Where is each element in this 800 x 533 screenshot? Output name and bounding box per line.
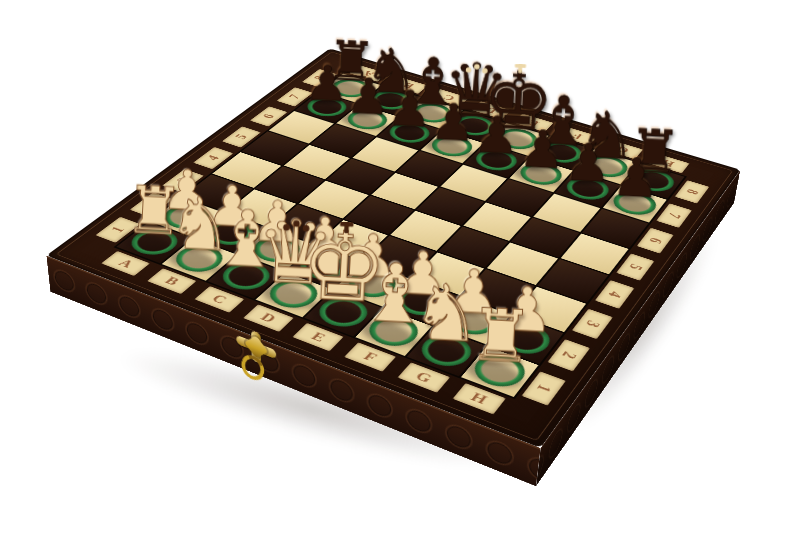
black-pawn[interactable]: ♟ xyxy=(345,72,392,121)
white-rook[interactable]: ♜ xyxy=(467,301,535,373)
queen-crown-balls xyxy=(293,220,300,227)
chessboard: ♜♞♝♛♚♝♞♜♟♟♟♟♟♟♟♟♟♟♟♟♟♟♟♟♜♞♝♛♚♝♞♜ ABCDEFG… xyxy=(46,49,740,448)
black-pawn[interactable]: ♟ xyxy=(472,111,520,162)
black-pawn[interactable]: ♟ xyxy=(429,97,477,147)
queen-crown-balls xyxy=(474,64,480,70)
chessboard-wrapper: ♜♞♝♛♚♝♞♜♟♟♟♟♟♟♟♟♟♟♟♟♟♟♟♟♜♞♝♛♚♝♞♜ ABCDEFG… xyxy=(147,0,683,478)
black-pawn[interactable]: ♟ xyxy=(386,85,433,135)
photo-scene: ♜♞♝♛♚♝♞♜♟♟♟♟♟♟♟♟♟♟♟♟♟♟♟♟♜♞♝♛♚♝♞♜ ABCDEFG… xyxy=(0,0,800,533)
brass-latch-icon xyxy=(234,323,278,388)
black-pawn[interactable]: ♟ xyxy=(517,124,566,175)
latch-hook xyxy=(238,350,267,385)
